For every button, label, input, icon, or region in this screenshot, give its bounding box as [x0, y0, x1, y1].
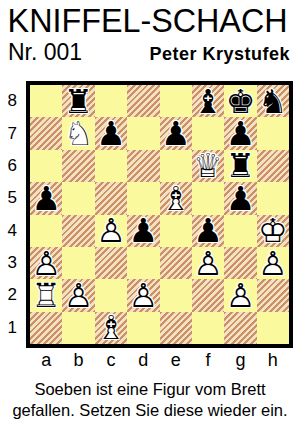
square-d4: ♟ [127, 215, 159, 247]
piece-white-knight-fill: ♞ [62, 117, 94, 149]
square-h3: ♟♙ [257, 247, 289, 279]
square-d2: ♟♙ [127, 279, 159, 311]
square-h7 [257, 117, 289, 149]
piece-white-pawn-fill: ♟ [224, 279, 256, 311]
piece-white-knight: ♘ [62, 117, 94, 149]
page-title: KNIFFEL-SCHACH [0, 0, 285, 38]
piece-black-pawn: ♟ [224, 117, 256, 149]
square-b5 [62, 182, 94, 214]
board-area: 87654321 ♜♝♚♞♞♘♟♟♟♛♕♜♟♝♗♟♟♙♟♟♚♔♟♙♟♙♟♙♜♖♟… [0, 81, 300, 348]
file-label-f: f [192, 350, 224, 371]
file-label-b: b [62, 350, 94, 371]
piece-white-bishop-fill: ♝ [160, 182, 192, 214]
square-f8: ♝ [192, 85, 224, 117]
square-c2 [95, 279, 127, 311]
caption-line-2: gefallen. Setzen Sie diese wieder ein. [0, 400, 300, 421]
subtitle-row: Nr. 001 Peter Krystufek [0, 39, 300, 67]
square-h5 [257, 182, 289, 214]
rank-label-5: 5 [0, 182, 26, 214]
file-label-d: d [127, 350, 159, 371]
square-c1: ♝♗ [95, 312, 127, 344]
piece-white-queen: ♕ [192, 150, 224, 182]
square-e3 [160, 247, 192, 279]
square-e2 [160, 279, 192, 311]
piece-white-rook: ♖ [30, 279, 62, 311]
square-b8: ♜ [62, 85, 94, 117]
piece-white-rook-fill: ♜ [30, 279, 62, 311]
square-e6 [160, 150, 192, 182]
piece-white-pawn: ♙ [127, 279, 159, 311]
square-d3 [127, 247, 159, 279]
square-h8: ♞ [257, 85, 289, 117]
square-h4: ♚♔ [257, 215, 289, 247]
square-a7 [30, 117, 62, 149]
square-g3 [224, 247, 256, 279]
chess-board: ♜♝♚♞♞♘♟♟♟♛♕♜♟♝♗♟♟♙♟♟♚♔♟♙♟♙♟♙♜♖♟♙♟♙♟♙♝♗ [26, 81, 293, 348]
piece-white-queen-fill: ♛ [192, 150, 224, 182]
square-c7: ♟ [95, 117, 127, 149]
file-label-e: e [160, 350, 192, 371]
square-c6 [95, 150, 127, 182]
square-f7 [192, 117, 224, 149]
square-a5: ♟ [30, 182, 62, 214]
rank-label-8: 8 [0, 85, 26, 117]
square-f3: ♟♙ [192, 247, 224, 279]
square-g8: ♚ [224, 85, 256, 117]
rank-labels: 87654321 [0, 81, 26, 348]
piece-white-pawn: ♙ [62, 279, 94, 311]
piece-white-pawn: ♙ [192, 247, 224, 279]
square-e1 [160, 312, 192, 344]
square-e5: ♝♗ [160, 182, 192, 214]
piece-white-bishop: ♗ [160, 182, 192, 214]
puzzle-number: Nr. 001 [8, 39, 82, 66]
piece-black-pawn: ♟ [30, 182, 62, 214]
square-b3 [62, 247, 94, 279]
square-c5 [95, 182, 127, 214]
piece-white-king-fill: ♚ [257, 215, 289, 247]
file-label-g: g [224, 350, 256, 371]
piece-white-king: ♔ [257, 215, 289, 247]
file-label-c: c [95, 350, 127, 371]
piece-black-bishop: ♝ [192, 85, 224, 117]
square-c4: ♟♙ [95, 215, 127, 247]
square-b6 [62, 150, 94, 182]
file-label-a: a [30, 350, 62, 371]
author-name: Peter Krystufek [149, 44, 290, 65]
square-f6: ♛♕ [192, 150, 224, 182]
square-c3 [95, 247, 127, 279]
piece-white-pawn-fill: ♟ [95, 215, 127, 247]
piece-black-pawn: ♟ [192, 215, 224, 247]
square-d1 [127, 312, 159, 344]
piece-white-bishop-fill: ♝ [95, 312, 127, 344]
piece-black-pawn: ♟ [224, 182, 256, 214]
square-e8 [160, 85, 192, 117]
square-a3: ♟♙ [30, 247, 62, 279]
rank-label-6: 6 [0, 150, 26, 182]
piece-black-pawn: ♟ [95, 117, 127, 149]
square-h2 [257, 279, 289, 311]
square-b2: ♟♙ [62, 279, 94, 311]
piece-white-pawn: ♙ [257, 247, 289, 279]
piece-black-rook: ♜ [224, 150, 256, 182]
square-e7: ♟ [160, 117, 192, 149]
piece-white-pawn: ♙ [95, 215, 127, 247]
piece-white-pawn-fill: ♟ [127, 279, 159, 311]
piece-black-rook: ♜ [62, 85, 94, 117]
square-a6 [30, 150, 62, 182]
piece-black-knight: ♞ [257, 85, 289, 117]
square-g6: ♜ [224, 150, 256, 182]
rank-label-1: 1 [0, 312, 26, 344]
square-g1 [224, 312, 256, 344]
square-f4: ♟ [192, 215, 224, 247]
piece-white-pawn-fill: ♟ [62, 279, 94, 311]
caption-line-1: Soeben ist eine Figur vom Brett [0, 379, 300, 400]
square-h1 [257, 312, 289, 344]
file-label-h: h [257, 350, 289, 371]
piece-black-pawn: ♟ [160, 117, 192, 149]
square-b4 [62, 215, 94, 247]
square-g7: ♟ [224, 117, 256, 149]
square-f5 [192, 182, 224, 214]
square-d6 [127, 150, 159, 182]
square-d5 [127, 182, 159, 214]
square-h6 [257, 150, 289, 182]
rank-label-4: 4 [0, 215, 26, 247]
piece-white-pawn: ♙ [224, 279, 256, 311]
rank-label-3: 3 [0, 247, 26, 279]
file-labels: abcdefgh [30, 350, 289, 370]
page: KNIFFEL-SCHACH Nr. 001 Peter Krystufek 8… [0, 0, 300, 421]
piece-white-pawn-fill: ♟ [257, 247, 289, 279]
caption: Soeben ist eine Figur vom Brett gefallen… [0, 379, 300, 421]
piece-white-bishop: ♗ [95, 312, 127, 344]
square-d7 [127, 117, 159, 149]
square-g2: ♟♙ [224, 279, 256, 311]
rank-label-2: 2 [0, 279, 26, 311]
square-f2 [192, 279, 224, 311]
square-g5: ♟ [224, 182, 256, 214]
piece-white-pawn-fill: ♟ [30, 247, 62, 279]
square-a2: ♜♖ [30, 279, 62, 311]
square-e4 [160, 215, 192, 247]
piece-black-king: ♚ [224, 85, 256, 117]
rank-label-7: 7 [0, 117, 26, 149]
square-c8 [95, 85, 127, 117]
piece-white-pawn-fill: ♟ [192, 247, 224, 279]
piece-black-pawn: ♟ [127, 215, 159, 247]
square-b7: ♞♘ [62, 117, 94, 149]
square-b1 [62, 312, 94, 344]
square-f1 [192, 312, 224, 344]
square-a8 [30, 85, 62, 117]
piece-white-pawn: ♙ [30, 247, 62, 279]
square-g4 [224, 215, 256, 247]
square-a4 [30, 215, 62, 247]
square-a1 [30, 312, 62, 344]
square-d8 [127, 85, 159, 117]
